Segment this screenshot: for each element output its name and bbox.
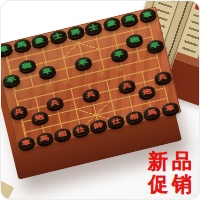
- piece-green-卒: 卒: [146, 39, 165, 54]
- badge-line-1: 新品: [148, 150, 196, 173]
- piece-red-帥: 帥: [89, 118, 108, 133]
- piece-green-士: 士: [48, 29, 67, 44]
- piece-glyph: 兵: [122, 82, 132, 90]
- corner-sliver: [0, 180, 14, 200]
- piece-glyph: 車: [0, 45, 9, 53]
- piece-glyph: 將: [71, 28, 81, 36]
- piece-green-卒: 卒: [74, 56, 93, 71]
- piece-glyph: 士: [89, 24, 99, 32]
- piece-glyph: 卒: [114, 51, 124, 59]
- piece-glyph: 卒: [42, 68, 52, 76]
- piece-green-卒: 卒: [2, 73, 21, 88]
- piece-glyph: 馬: [147, 109, 157, 117]
- piece-red-炮: 炮: [138, 84, 157, 99]
- piece-green-馬: 馬: [120, 12, 139, 27]
- piece-glyph: 卒: [6, 77, 16, 85]
- piece-green-將: 將: [66, 25, 85, 40]
- piece-glyph: 馬: [39, 135, 49, 143]
- piece-green-砲: 砲: [125, 33, 144, 48]
- piece-green-馬: 馬: [12, 38, 31, 53]
- piece-glyph: 砲: [22, 62, 32, 70]
- piece-red-馬: 馬: [35, 131, 54, 146]
- piece-glyph: 車: [21, 139, 31, 147]
- piece-glyph: 仕: [111, 117, 121, 125]
- piece-green-車: 車: [0, 42, 13, 57]
- piece-red-兵: 兵: [45, 96, 64, 111]
- piece-glyph: 車: [143, 11, 153, 19]
- piece-red-馬: 馬: [143, 105, 162, 120]
- piece-glyph: 兵: [158, 73, 168, 81]
- piece-red-炮: 炮: [30, 110, 49, 125]
- piece-green-卒: 卒: [38, 64, 57, 79]
- piece-glyph: 兵: [50, 99, 60, 107]
- piece-red-仕: 仕: [71, 122, 90, 137]
- piece-glyph: 仕: [75, 126, 85, 134]
- piece-green-象: 象: [102, 16, 121, 31]
- piece-red-相: 相: [53, 127, 72, 142]
- piece-green-士: 士: [84, 20, 103, 35]
- piece-glyph: 相: [57, 130, 67, 138]
- piece-red-兵: 兵: [81, 87, 100, 102]
- piece-red-兵: 兵: [117, 78, 136, 93]
- piece-red-車: 車: [17, 135, 36, 150]
- promo-badge: 新品 促销: [148, 150, 196, 196]
- piece-glyph: 馬: [125, 15, 135, 23]
- piece-glyph: 兵: [14, 108, 24, 116]
- piece-glyph: 兵: [86, 90, 96, 98]
- piece-green-象: 象: [30, 33, 49, 48]
- piece-green-車: 車: [138, 7, 157, 22]
- piece-red-兵: 兵: [9, 104, 28, 119]
- piece-green-卒: 卒: [110, 47, 129, 62]
- piece-red-車: 車: [160, 101, 179, 116]
- piece-glyph: 馬: [17, 41, 27, 49]
- piece-glyph: 車: [165, 104, 175, 112]
- piece-glyph: 帥: [93, 122, 103, 130]
- xiangqi-board: 楚 河 漢 界 車馬象士將士象馬車砲砲卒卒卒卒卒兵兵兵兵兵炮炮車馬相仕帥仕相馬車: [0, 6, 181, 151]
- piece-red-兵: 兵: [153, 70, 172, 85]
- badge-line-2: 促销: [148, 173, 196, 196]
- piece-glyph: 炮: [34, 114, 44, 122]
- piece-glyph: 砲: [130, 36, 140, 44]
- piece-glyph: 卒: [150, 42, 160, 50]
- piece-glyph: 卒: [78, 59, 88, 67]
- product-photo[interactable]: 楚 河 漢 界 車馬象士將士象馬車砲砲卒卒卒卒卒兵兵兵兵兵炮炮車馬相仕帥仕相馬車…: [0, 0, 200, 200]
- piece-glyph: 象: [107, 20, 117, 28]
- piece-green-砲: 砲: [17, 58, 36, 73]
- piece-glyph: 炮: [142, 88, 152, 96]
- piece-red-仕: 仕: [107, 114, 126, 129]
- piece-glyph: 象: [35, 37, 45, 45]
- piece-red-相: 相: [125, 110, 144, 125]
- piece-glyph: 相: [129, 113, 139, 121]
- piece-glyph: 士: [53, 32, 63, 40]
